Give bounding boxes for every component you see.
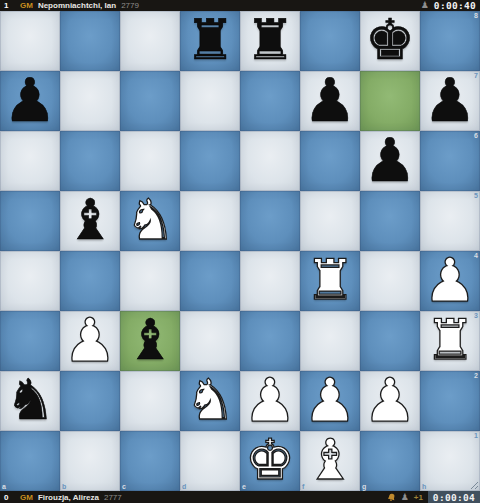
square-h2[interactable]: 2: [420, 371, 480, 431]
square-a4[interactable]: [0, 251, 60, 311]
square-b8[interactable]: [60, 11, 120, 71]
material-advantage-badge: +1: [414, 493, 423, 502]
square-h4[interactable]: ♟4: [420, 251, 480, 311]
square-g4[interactable]: [360, 251, 420, 311]
piece-white-knight[interactable]: ♞: [125, 190, 175, 250]
piece-black-pawn[interactable]: ♟: [3, 70, 57, 130]
resize-handle[interactable]: [470, 481, 479, 490]
top-player-score: 1: [4, 1, 15, 10]
square-a8[interactable]: [0, 11, 60, 71]
square-c2[interactable]: [120, 371, 180, 431]
file-label-f: f: [302, 483, 304, 490]
pawn-icon: ♟: [401, 493, 409, 502]
square-d7[interactable]: [180, 71, 240, 131]
rank-label-4: 4: [474, 252, 478, 259]
bottom-player-name[interactable]: Firouzja, Alireza: [38, 493, 99, 502]
square-c4[interactable]: [120, 251, 180, 311]
piece-black-rook[interactable]: ♜: [245, 10, 295, 70]
file-label-e: e: [242, 483, 246, 490]
square-f7[interactable]: ♟: [300, 71, 360, 131]
piece-white-pawn[interactable]: ♟: [423, 250, 477, 310]
square-b6[interactable]: [60, 131, 120, 191]
square-b5[interactable]: ♝: [60, 191, 120, 251]
square-d3[interactable]: [180, 311, 240, 371]
rank-label-3: 3: [474, 312, 478, 319]
square-h8[interactable]: 8: [420, 11, 480, 71]
chess-board: ♜♜♚8♟♟♟7♟6♝♞5♜♟4♟♝♜3♞♞♟♟♟2abcd♚e♝fgh1: [0, 11, 480, 491]
bell-icon: [386, 492, 397, 503]
file-label-g: g: [362, 483, 366, 490]
rank-label-7: 7: [474, 72, 478, 79]
square-c7[interactable]: [120, 71, 180, 131]
piece-black-bishop[interactable]: ♝: [65, 190, 115, 250]
square-c6[interactable]: [120, 131, 180, 191]
square-a5[interactable]: [0, 191, 60, 251]
square-f2[interactable]: ♟: [300, 371, 360, 431]
chess-game-screen: 1 GM Nepomniachtchi, Ian 2779 ♟ 0:00:40 …: [0, 0, 480, 503]
bottom-player-score: 0: [4, 493, 15, 502]
square-e2[interactable]: ♟: [240, 371, 300, 431]
square-g8[interactable]: ♚: [360, 11, 420, 71]
top-player-rating: 2779: [121, 1, 139, 10]
square-f3[interactable]: [300, 311, 360, 371]
piece-white-pawn[interactable]: ♟: [303, 370, 357, 430]
square-e4[interactable]: [240, 251, 300, 311]
file-label-c: c: [122, 483, 126, 490]
square-f1[interactable]: ♝f: [300, 431, 360, 491]
square-a3[interactable]: [0, 311, 60, 371]
top-player-clock: 0:00:40: [434, 0, 476, 11]
rank-label-2: 2: [474, 372, 478, 379]
square-a6[interactable]: [0, 131, 60, 191]
square-a7[interactable]: ♟: [0, 71, 60, 131]
piece-white-king[interactable]: ♚: [245, 430, 295, 490]
square-e5[interactable]: [240, 191, 300, 251]
piece-white-knight[interactable]: ♞: [185, 370, 235, 430]
bottom-player-title: GM: [20, 493, 33, 502]
square-g2[interactable]: ♟: [360, 371, 420, 431]
square-g5[interactable]: [360, 191, 420, 251]
square-d6[interactable]: [180, 131, 240, 191]
square-g7[interactable]: [360, 71, 420, 131]
square-h5[interactable]: 5: [420, 191, 480, 251]
bottom-player-bar: 0 GM Firouzja, Alireza 2777 ♟ +1 0:00:04: [0, 491, 480, 503]
rank-label-6: 6: [474, 132, 478, 139]
square-f4[interactable]: ♜: [300, 251, 360, 311]
square-f6[interactable]: [300, 131, 360, 191]
square-g1[interactable]: g: [360, 431, 420, 491]
square-g3[interactable]: [360, 311, 420, 371]
piece-black-knight[interactable]: ♞: [5, 370, 55, 430]
piece-black-pawn[interactable]: ♟: [363, 130, 417, 190]
piece-white-pawn[interactable]: ♟: [363, 370, 417, 430]
square-h7[interactable]: ♟7: [420, 71, 480, 131]
piece-white-pawn[interactable]: ♟: [63, 310, 117, 370]
square-d4[interactable]: [180, 251, 240, 311]
square-f5[interactable]: [300, 191, 360, 251]
piece-black-rook[interactable]: ♜: [185, 10, 235, 70]
square-d8[interactable]: ♜: [180, 11, 240, 71]
square-h6[interactable]: 6: [420, 131, 480, 191]
rank-label-5: 5: [474, 192, 478, 199]
square-c8[interactable]: [120, 11, 180, 71]
square-b4[interactable]: [60, 251, 120, 311]
square-d5[interactable]: [180, 191, 240, 251]
square-e1[interactable]: ♚e: [240, 431, 300, 491]
square-d2[interactable]: ♞: [180, 371, 240, 431]
file-label-a: a: [2, 483, 6, 490]
piece-white-rook[interactable]: ♜: [305, 250, 355, 310]
square-c1[interactable]: c: [120, 431, 180, 491]
rank-label-8: 8: [474, 12, 478, 19]
piece-black-pawn[interactable]: ♟: [303, 70, 357, 130]
square-d1[interactable]: d: [180, 431, 240, 491]
square-b3[interactable]: ♟: [60, 311, 120, 371]
bottom-player-clock: 0:00:04: [428, 491, 480, 503]
square-b7[interactable]: [60, 71, 120, 131]
square-c3[interactable]: ♝: [120, 311, 180, 371]
piece-black-bishop[interactable]: ♝: [125, 310, 175, 370]
file-label-d: d: [182, 483, 186, 490]
piece-black-king[interactable]: ♚: [365, 10, 415, 70]
square-f8[interactable]: [300, 11, 360, 71]
square-c5[interactable]: ♞: [120, 191, 180, 251]
square-a2[interactable]: ♞: [0, 371, 60, 431]
square-e6[interactable]: [240, 131, 300, 191]
piece-white-rook[interactable]: ♜: [425, 310, 475, 370]
file-label-b: b: [62, 483, 66, 490]
piece-white-pawn[interactable]: ♟: [243, 370, 297, 430]
square-e7[interactable]: [240, 71, 300, 131]
square-a1[interactable]: a: [0, 431, 60, 491]
square-b2[interactable]: [60, 371, 120, 431]
square-h3[interactable]: ♜3: [420, 311, 480, 371]
file-label-h: h: [422, 483, 426, 490]
rank-label-1: 1: [474, 432, 478, 439]
square-b1[interactable]: b: [60, 431, 120, 491]
piece-white-bishop[interactable]: ♝: [305, 430, 355, 490]
top-player-name[interactable]: Nepomniachtchi, Ian: [38, 1, 116, 10]
pawn-icon: ♟: [421, 1, 429, 10]
square-g6[interactable]: ♟: [360, 131, 420, 191]
piece-black-pawn[interactable]: ♟: [423, 70, 477, 130]
square-e8[interactable]: ♜: [240, 11, 300, 71]
bottom-player-rating: 2777: [104, 493, 122, 502]
top-player-title: GM: [20, 1, 33, 10]
square-e3[interactable]: [240, 311, 300, 371]
